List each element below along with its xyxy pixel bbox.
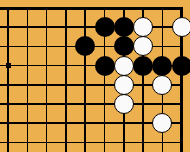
intersection-c12-r2[interactable] — [37, 18, 56, 37]
white-stone — [114, 56, 134, 76]
intersection-c12-r8[interactable] — [37, 133, 56, 152]
intersection-c13-r6[interactable] — [56, 94, 75, 113]
intersection-c16-r4[interactable] — [114, 56, 133, 75]
intersection-c18-r2[interactable] — [153, 18, 172, 37]
black-stone — [95, 17, 115, 37]
intersection-c14-r5[interactable] — [76, 75, 95, 94]
white-stone — [152, 113, 172, 133]
intersection-c12-r4[interactable] — [37, 56, 56, 75]
intersection-c12-r6[interactable] — [37, 94, 56, 113]
intersection-c18-r8[interactable] — [153, 133, 172, 152]
intersection-c17-r5[interactable] — [133, 75, 152, 94]
intersection-c11-r6[interactable] — [18, 94, 37, 113]
intersection-c10-r5[interactable] — [0, 75, 18, 94]
intersection-c16-r7[interactable] — [114, 114, 133, 133]
intersection-c12-r5[interactable] — [37, 75, 56, 94]
intersection-c19-r7[interactable] — [172, 114, 190, 133]
intersection-c16-r6[interactable] — [114, 94, 133, 113]
intersection-c12-r7[interactable] — [37, 114, 56, 133]
intersection-c10-r4[interactable] — [0, 56, 18, 75]
black-stone — [95, 56, 115, 76]
intersection-c14-r1[interactable] — [76, 0, 95, 18]
intersection-c10-r3[interactable] — [0, 37, 18, 56]
intersection-c18-r4[interactable] — [153, 56, 172, 75]
intersection-c13-r5[interactable] — [56, 75, 75, 94]
intersection-c18-r6[interactable] — [153, 94, 172, 113]
intersection-c14-r4[interactable] — [76, 56, 95, 75]
white-stone — [114, 94, 134, 114]
white-stone — [133, 36, 153, 56]
intersection-c15-r3[interactable] — [95, 37, 114, 56]
intersection-grid — [0, 0, 190, 152]
intersection-c15-r8[interactable] — [95, 133, 114, 152]
intersection-c11-r1[interactable] — [18, 0, 37, 18]
intersection-c14-r7[interactable] — [76, 114, 95, 133]
intersection-c19-r1[interactable] — [172, 0, 190, 18]
intersection-c14-r3[interactable] — [76, 37, 95, 56]
intersection-c10-r1[interactable] — [0, 0, 18, 18]
intersection-c17-r8[interactable] — [133, 133, 152, 152]
intersection-c18-r3[interactable] — [153, 37, 172, 56]
intersection-c16-r3[interactable] — [114, 37, 133, 56]
intersection-c13-r4[interactable] — [56, 56, 75, 75]
intersection-c15-r6[interactable] — [95, 94, 114, 113]
intersection-c12-r1[interactable] — [37, 0, 56, 18]
intersection-c18-r1[interactable] — [153, 0, 172, 18]
intersection-c15-r7[interactable] — [95, 114, 114, 133]
intersection-c13-r1[interactable] — [56, 0, 75, 18]
intersection-c13-r7[interactable] — [56, 114, 75, 133]
intersection-c17-r1[interactable] — [133, 0, 152, 18]
intersection-c11-r8[interactable] — [18, 133, 37, 152]
white-stone — [114, 75, 134, 95]
go-diagram-screenshot — [0, 0, 190, 152]
go-board — [0, 0, 190, 152]
intersection-c10-r7[interactable] — [0, 114, 18, 133]
intersection-c12-r3[interactable] — [37, 37, 56, 56]
intersection-c15-r5[interactable] — [95, 75, 114, 94]
intersection-c19-r4[interactable] — [172, 56, 190, 75]
intersection-c18-r5[interactable] — [153, 75, 172, 94]
black-stone — [114, 36, 134, 56]
intersection-c13-r8[interactable] — [56, 133, 75, 152]
intersection-c10-r2[interactable] — [0, 18, 18, 37]
black-stone — [152, 56, 172, 76]
intersection-c10-r6[interactable] — [0, 94, 18, 113]
intersection-c11-r3[interactable] — [18, 37, 37, 56]
intersection-c19-r5[interactable] — [172, 75, 190, 94]
intersection-c15-r2[interactable] — [95, 18, 114, 37]
intersection-c13-r2[interactable] — [56, 18, 75, 37]
intersection-c10-r8[interactable] — [0, 133, 18, 152]
intersection-c16-r5[interactable] — [114, 75, 133, 94]
intersection-c16-r1[interactable] — [114, 0, 133, 18]
intersection-c13-r3[interactable] — [56, 37, 75, 56]
intersection-c16-r2[interactable] — [114, 18, 133, 37]
intersection-c11-r2[interactable] — [18, 18, 37, 37]
black-stone — [75, 36, 95, 56]
black-stone — [114, 17, 134, 37]
intersection-c14-r2[interactable] — [76, 18, 95, 37]
intersection-c17-r3[interactable] — [133, 37, 152, 56]
intersection-c14-r8[interactable] — [76, 133, 95, 152]
intersection-c11-r7[interactable] — [18, 114, 37, 133]
intersection-c19-r8[interactable] — [172, 133, 190, 152]
intersection-c17-r7[interactable] — [133, 114, 152, 133]
intersection-c14-r6[interactable] — [76, 94, 95, 113]
intersection-c19-r2[interactable] — [172, 18, 190, 37]
black-stone — [172, 56, 190, 76]
intersection-c11-r4[interactable] — [18, 56, 37, 75]
intersection-c18-r7[interactable] — [153, 114, 172, 133]
intersection-c15-r4[interactable] — [95, 56, 114, 75]
intersection-c15-r1[interactable] — [95, 0, 114, 18]
intersection-c17-r2[interactable] — [133, 18, 152, 37]
intersection-c16-r8[interactable] — [114, 133, 133, 152]
intersection-c19-r3[interactable] — [172, 37, 190, 56]
intersection-c19-r6[interactable] — [172, 94, 190, 113]
white-stone — [172, 17, 190, 37]
intersection-c11-r5[interactable] — [18, 75, 37, 94]
white-stone — [152, 75, 172, 95]
intersection-c17-r4[interactable] — [133, 56, 152, 75]
intersection-c17-r6[interactable] — [133, 94, 152, 113]
black-stone — [133, 56, 153, 76]
white-stone — [133, 17, 153, 37]
